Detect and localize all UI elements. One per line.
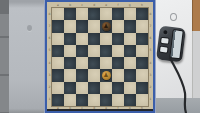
clock-cable xyxy=(0,0,200,113)
